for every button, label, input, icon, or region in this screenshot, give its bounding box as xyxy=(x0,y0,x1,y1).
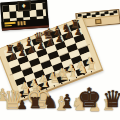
brass-clasp-icon xyxy=(95,19,101,25)
tray-piece-black-rook[interactable]: ♜ xyxy=(28,96,41,111)
tray-piece-black-knight[interactable]: ♞ xyxy=(43,94,58,111)
box-piece-silhouette xyxy=(17,21,19,25)
tray-piece-black-bishop[interactable]: ♝ xyxy=(59,92,76,111)
product-photo-canvas: ♦ ♜♞♝♛♚♝♞♜♟♟♟♟♟♟♟♟♟♟♟♟♟♟♟♟♜♞♝♛♚♝♞♜ ♝ ♛♚♝… xyxy=(0,0,120,120)
box-piece-silhouette xyxy=(20,21,22,25)
tray-piece-black-pawn[interactable]: ♟ xyxy=(17,99,28,111)
box-crest-icon: ♦ xyxy=(17,1,31,12)
tray-piece-black-king[interactable]: ♚ xyxy=(77,84,101,111)
box-piece-silhouette xyxy=(23,21,25,25)
tray-piece-black-queen[interactable]: ♛ xyxy=(102,88,120,111)
box-text-mark xyxy=(5,24,12,26)
black-piece-lineup: ♟♜♞♝♚♛ xyxy=(17,84,120,111)
